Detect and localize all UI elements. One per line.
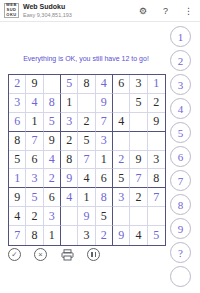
header-icons: ⚙ ? ⋮ <box>139 0 193 22</box>
cell-r3c5[interactable]: 2 <box>78 113 95 132</box>
cell-r4c5[interactable]: 5 <box>78 132 95 151</box>
cell-r1c7[interactable]: 6 <box>113 75 130 94</box>
cell-r4c4[interactable]: 2 <box>61 132 78 151</box>
cell-r6c5[interactable]: 4 <box>78 169 95 188</box>
cell-r3c7[interactable]: 4 <box>113 113 130 132</box>
cell-r8c5[interactable]: 9 <box>78 207 95 226</box>
cell-r3c2[interactable]: 1 <box>26 113 43 132</box>
cell-r7c7[interactable]: 3 <box>113 188 130 207</box>
cell-r4c3[interactable]: 9 <box>44 132 61 151</box>
cell-r7c9[interactable]: 7 <box>148 188 165 207</box>
cell-r2c8[interactable]: 5 <box>130 94 147 113</box>
cell-r1c4[interactable]: 5 <box>61 75 78 94</box>
cell-r1c3[interactable] <box>44 75 61 94</box>
status-message: Everything is OK, you still have 12 to g… <box>0 55 172 62</box>
cell-r5c9[interactable]: 3 <box>148 151 165 170</box>
check-icon: ✓ <box>11 251 17 259</box>
cell-r2c2[interactable]: 4 <box>26 94 43 113</box>
cell-r4c7[interactable] <box>113 132 130 151</box>
cell-r9c7[interactable]: 9 <box>113 226 130 245</box>
numpad-button-blank[interactable] <box>170 266 191 287</box>
numpad-button-6[interactable]: 6 <box>170 146 191 167</box>
cell-r9c9[interactable]: 5 <box>148 226 165 245</box>
cell-r7c6[interactable]: 8 <box>96 188 113 207</box>
cell-r3c4[interactable]: 3 <box>61 113 78 132</box>
cell-r2c6[interactable]: 9 <box>96 94 113 113</box>
cell-r2c7[interactable] <box>113 94 130 113</box>
cell-r9c3[interactable]: 1 <box>44 226 61 245</box>
header-titles: Web Sudoku Easy 9,304,851,193 <box>23 3 72 18</box>
cell-r8c4[interactable] <box>61 207 78 226</box>
cell-r5c7[interactable]: 2 <box>113 151 130 170</box>
cell-r5c4[interactable]: 8 <box>61 151 78 170</box>
cell-r6c3[interactable]: 2 <box>44 169 61 188</box>
cell-r5c1[interactable]: 5 <box>9 151 26 170</box>
cell-r7c5[interactable]: 1 <box>78 188 95 207</box>
cell-r8c7[interactable] <box>113 207 130 226</box>
cell-r8c2[interactable]: 2 <box>26 207 43 226</box>
cell-r7c8[interactable]: 2 <box>130 188 147 207</box>
pause-icon <box>91 252 96 257</box>
number-pad: 123456789? <box>170 26 191 287</box>
numpad-button-help[interactable]: ? <box>170 242 191 263</box>
cell-r3c1[interactable]: 6 <box>9 113 26 132</box>
cell-r1c9[interactable]: 1 <box>148 75 165 94</box>
cell-r8c9[interactable] <box>148 207 165 226</box>
numpad-button-2[interactable]: 2 <box>170 50 191 71</box>
numpad-button-7[interactable]: 7 <box>170 170 191 191</box>
numpad-button-3[interactable]: 3 <box>170 74 191 95</box>
cell-r7c2[interactable]: 5 <box>26 188 43 207</box>
cell-r6c1[interactable]: 1 <box>9 169 26 188</box>
cell-r3c6[interactable]: 7 <box>96 113 113 132</box>
cell-r1c2[interactable]: 9 <box>26 75 43 94</box>
cell-r6c9[interactable]: 8 <box>148 169 165 188</box>
cell-r4c8[interactable] <box>130 132 147 151</box>
cell-r5c3[interactable]: 4 <box>44 151 61 170</box>
cell-r2c3[interactable]: 8 <box>44 94 61 113</box>
app-logo: WEB SUD OKU <box>4 3 19 18</box>
cell-r4c2[interactable]: 7 <box>26 132 43 151</box>
cell-r5c8[interactable]: 9 <box>130 151 147 170</box>
cell-r4c6[interactable]: 3 <box>96 132 113 151</box>
cell-r2c4[interactable]: 1 <box>61 94 78 113</box>
cell-r6c7[interactable]: 5 <box>113 169 130 188</box>
header: WEB SUD OKU Web Sudoku Easy 9,304,851,19… <box>0 0 200 22</box>
cell-r6c6[interactable]: 6 <box>96 169 113 188</box>
printer-icon <box>61 249 74 261</box>
numpad-button-4[interactable]: 4 <box>170 98 191 119</box>
cell-r6c8[interactable]: 7 <box>130 169 147 188</box>
cell-r9c5[interactable]: 3 <box>78 226 95 245</box>
overflow-menu-icon[interactable]: ⋮ <box>184 6 193 16</box>
cell-r7c4[interactable]: 4 <box>61 188 78 207</box>
logo-line-3: OKU <box>5 13 18 18</box>
cell-r6c2[interactable]: 3 <box>26 169 43 188</box>
cell-r5c2[interactable]: 6 <box>26 151 43 170</box>
cell-r8c6[interactable]: 5 <box>96 207 113 226</box>
app-title: Web Sudoku <box>23 3 72 11</box>
numpad-button-9[interactable]: 9 <box>170 218 191 239</box>
cell-r2c5[interactable] <box>78 94 95 113</box>
cell-r3c8[interactable] <box>130 113 147 132</box>
cell-r8c8[interactable] <box>130 207 147 226</box>
cell-r8c3[interactable]: 3 <box>44 207 61 226</box>
print-button[interactable] <box>60 248 74 261</box>
numpad-button-5[interactable]: 5 <box>170 122 191 143</box>
cell-r1c1[interactable]: 2 <box>9 75 26 94</box>
cell-r1c5[interactable]: 8 <box>78 75 95 94</box>
cell-r9c2[interactable]: 8 <box>26 226 43 245</box>
cell-r3c9[interactable]: 9 <box>148 113 165 132</box>
settings-gear-icon[interactable]: ⚙ <box>139 6 147 16</box>
cell-r1c8[interactable]: 3 <box>130 75 147 94</box>
cell-r5c5[interactable]: 7 <box>78 151 95 170</box>
check-button[interactable]: ✓ <box>8 248 21 261</box>
cell-r8c1[interactable]: 4 <box>9 207 26 226</box>
cell-r4c9[interactable] <box>148 132 165 151</box>
cell-r1c6[interactable]: 4 <box>96 75 113 94</box>
numpad-button-1[interactable]: 1 <box>170 26 191 47</box>
clear-button[interactable]: × <box>34 248 47 261</box>
cell-r2c1[interactable]: 3 <box>9 94 26 113</box>
puzzle-level-and-number: Easy 9,304,851,193 <box>23 12 72 18</box>
sudoku-board: 2958463134819526153274987925356487129313… <box>8 74 166 246</box>
cell-r5c6[interactable]: 1 <box>96 151 113 170</box>
cell-r4c1[interactable]: 8 <box>9 132 26 151</box>
help-icon[interactable]: ? <box>163 6 168 16</box>
close-icon: × <box>38 251 42 259</box>
cell-r9c6[interactable]: 2 <box>96 226 113 245</box>
cell-r7c1[interactable]: 9 <box>9 188 26 207</box>
cell-r7c3[interactable]: 6 <box>44 188 61 207</box>
cell-r9c8[interactable]: 4 <box>130 226 147 245</box>
bottom-toolbar: ✓ × <box>8 248 100 261</box>
numpad-button-8[interactable]: 8 <box>170 194 191 215</box>
cell-r6c4[interactable]: 9 <box>61 169 78 188</box>
cell-r3c3[interactable]: 5 <box>44 113 61 132</box>
pause-button[interactable] <box>87 248 100 261</box>
cell-r2c9[interactable]: 2 <box>148 94 165 113</box>
cell-r9c4[interactable] <box>61 226 78 245</box>
cell-r9c1[interactable]: 7 <box>9 226 26 245</box>
